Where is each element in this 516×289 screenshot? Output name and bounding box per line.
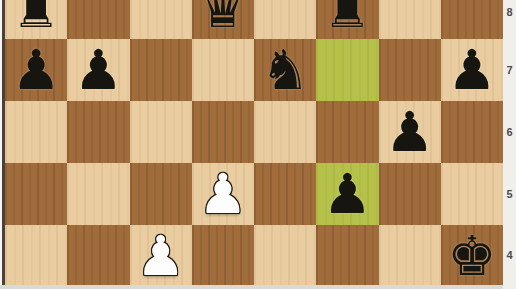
square-a6[interactable] [5, 101, 67, 163]
square-e6[interactable] [254, 101, 316, 163]
square-h6[interactable] [441, 101, 503, 163]
square-h8[interactable] [441, 0, 503, 39]
square-e8[interactable] [254, 0, 316, 39]
board-left-border [2, 0, 5, 285]
square-b4[interactable] [67, 225, 129, 285]
square-b6[interactable] [67, 101, 129, 163]
square-d7[interactable] [192, 39, 254, 101]
black-knight-icon[interactable]: ♞ [260, 43, 309, 98]
square-d8[interactable]: ♛ [192, 0, 254, 39]
square-f7[interactable] [316, 39, 378, 101]
black-pawn-icon[interactable]: ♟ [74, 43, 123, 98]
black-pawn-icon[interactable]: ♟ [385, 105, 434, 160]
square-d5[interactable]: ♟ [192, 163, 254, 225]
square-c6[interactable] [130, 101, 192, 163]
rank-label-5: 5 [503, 187, 516, 201]
white-pawn-icon[interactable]: ♟ [198, 167, 247, 222]
board-grid: ♜♛♜♟♟♞♟♟♟♟♟♚ [5, 0, 503, 285]
black-pawn-icon[interactable]: ♟ [11, 43, 60, 98]
square-g4[interactable] [379, 225, 441, 285]
board-bottom-edge [0, 285, 503, 289]
black-queen-icon[interactable]: ♛ [198, 0, 247, 36]
square-g6[interactable]: ♟ [379, 101, 441, 163]
square-d6[interactable] [192, 101, 254, 163]
square-f5[interactable]: ♟ [316, 163, 378, 225]
square-e7[interactable]: ♞ [254, 39, 316, 101]
square-h5[interactable] [441, 163, 503, 225]
square-d4[interactable] [192, 225, 254, 285]
chess-board-app: ♜♛♜♟♟♞♟♟♟♟♟♚ 87654 [0, 0, 516, 289]
square-f4[interactable] [316, 225, 378, 285]
square-a8[interactable]: ♜ [5, 0, 67, 39]
rank-label-8: 8 [503, 5, 516, 19]
square-b8[interactable] [67, 0, 129, 39]
square-h7[interactable]: ♟ [441, 39, 503, 101]
rank-label-7: 7 [503, 63, 516, 77]
square-e4[interactable] [254, 225, 316, 285]
square-c4[interactable]: ♟ [130, 225, 192, 285]
square-e5[interactable] [254, 163, 316, 225]
square-g5[interactable] [379, 163, 441, 225]
square-g7[interactable] [379, 39, 441, 101]
square-g8[interactable] [379, 0, 441, 39]
square-a7[interactable]: ♟ [5, 39, 67, 101]
square-c7[interactable] [130, 39, 192, 101]
square-f6[interactable] [316, 101, 378, 163]
rank-coordinates: 87654 [503, 0, 516, 289]
black-rook-icon[interactable]: ♜ [323, 0, 372, 36]
square-a4[interactable] [5, 225, 67, 285]
rank-label-6: 6 [503, 125, 516, 139]
square-a5[interactable] [5, 163, 67, 225]
rank-label-4: 4 [503, 248, 516, 262]
square-f8[interactable]: ♜ [316, 0, 378, 39]
chess-board: ♜♛♜♟♟♞♟♟♟♟♟♚ [5, 0, 503, 285]
black-pawn-icon[interactable]: ♟ [323, 167, 372, 222]
black-king-icon[interactable]: ♚ [447, 229, 496, 284]
square-c8[interactable] [130, 0, 192, 39]
square-h4[interactable]: ♚ [441, 225, 503, 285]
square-b7[interactable]: ♟ [67, 39, 129, 101]
white-pawn-icon[interactable]: ♟ [136, 229, 185, 284]
black-rook-icon[interactable]: ♜ [11, 0, 60, 36]
black-pawn-icon[interactable]: ♟ [447, 43, 496, 98]
square-c5[interactable] [130, 163, 192, 225]
square-b5[interactable] [67, 163, 129, 225]
